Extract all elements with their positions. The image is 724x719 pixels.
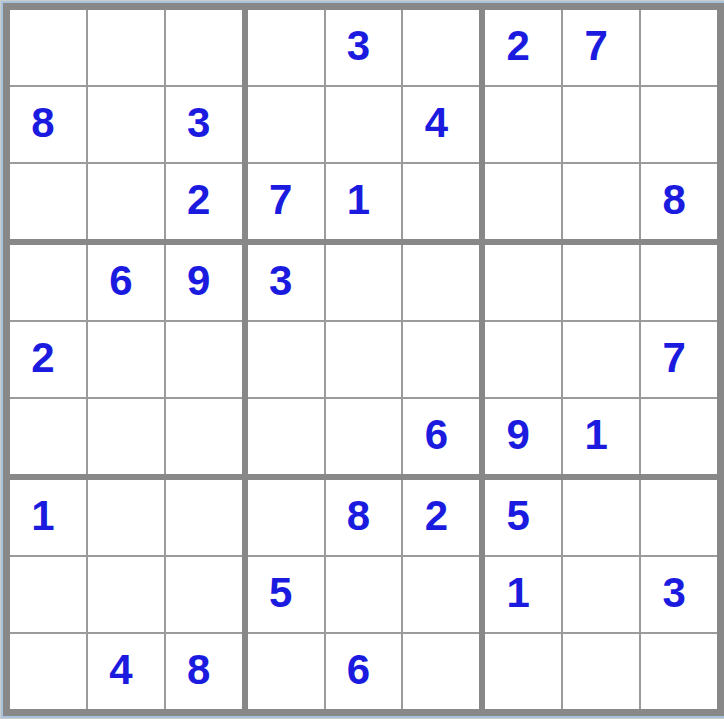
cell-r1c2[interactable] — [88, 10, 164, 85]
cell-r2c8[interactable] — [563, 87, 639, 162]
cell-r2c9[interactable] — [641, 87, 717, 162]
cell-r7c5[interactable]: 8 — [326, 480, 402, 555]
cell-r3c7[interactable] — [485, 164, 561, 239]
board-focus-ring: 8323471278692367911488256513 — [1, 1, 724, 718]
cell-r9c3[interactable]: 8 — [166, 634, 242, 709]
cell-r6c5[interactable] — [326, 399, 402, 474]
cell-r8c8[interactable] — [563, 557, 639, 632]
cell-r6c6[interactable]: 6 — [403, 399, 479, 474]
block-1-2: 3471 — [248, 10, 480, 239]
cell-r5c4[interactable] — [248, 322, 324, 397]
cell-r7c2[interactable] — [88, 480, 164, 555]
cell-r9c8[interactable] — [563, 634, 639, 709]
cell-r4c7[interactable] — [485, 245, 561, 320]
cell-r8c5[interactable] — [326, 557, 402, 632]
cell-r7c1[interactable]: 1 — [10, 480, 86, 555]
cell-r3c1[interactable] — [10, 164, 86, 239]
cell-r2c3[interactable]: 3 — [166, 87, 242, 162]
cell-r5c2[interactable] — [88, 322, 164, 397]
cell-r2c5[interactable] — [326, 87, 402, 162]
cell-r8c4[interactable]: 5 — [248, 557, 324, 632]
cell-r7c7[interactable]: 5 — [485, 480, 561, 555]
cell-r1c8[interactable]: 7 — [563, 10, 639, 85]
cell-r9c9[interactable] — [641, 634, 717, 709]
block-1-1: 832 — [10, 10, 242, 239]
cell-r9c7[interactable] — [485, 634, 561, 709]
cell-r4c8[interactable] — [563, 245, 639, 320]
cell-r7c4[interactable] — [248, 480, 324, 555]
cell-r2c2[interactable] — [88, 87, 164, 162]
cell-r1c1[interactable] — [10, 10, 86, 85]
cell-r1c6[interactable] — [403, 10, 479, 85]
cell-r6c8[interactable]: 1 — [563, 399, 639, 474]
cell-r3c6[interactable] — [403, 164, 479, 239]
cell-r7c9[interactable] — [641, 480, 717, 555]
cell-r9c5[interactable]: 6 — [326, 634, 402, 709]
block-3-2: 8256 — [248, 480, 480, 709]
cell-r1c3[interactable] — [166, 10, 242, 85]
cell-r8c9[interactable]: 3 — [641, 557, 717, 632]
cell-r3c4[interactable]: 7 — [248, 164, 324, 239]
cell-r6c1[interactable] — [10, 399, 86, 474]
cell-r3c8[interactable] — [563, 164, 639, 239]
block-3-1: 148 — [10, 480, 242, 709]
block-1-3: 278 — [485, 10, 717, 239]
cell-r4c2[interactable]: 6 — [88, 245, 164, 320]
cell-r6c2[interactable] — [88, 399, 164, 474]
cell-r1c4[interactable] — [248, 10, 324, 85]
cell-r7c3[interactable] — [166, 480, 242, 555]
cell-r2c1[interactable]: 8 — [10, 87, 86, 162]
cell-r6c3[interactable] — [166, 399, 242, 474]
cell-r6c9[interactable] — [641, 399, 717, 474]
cell-r5c9[interactable]: 7 — [641, 322, 717, 397]
sudoku-board: 8323471278692367911488256513 — [3, 3, 724, 716]
cell-r9c2[interactable]: 4 — [88, 634, 164, 709]
cell-r9c1[interactable] — [10, 634, 86, 709]
cell-r9c4[interactable] — [248, 634, 324, 709]
cell-r7c8[interactable] — [563, 480, 639, 555]
cell-r1c7[interactable]: 2 — [485, 10, 561, 85]
cell-r4c6[interactable] — [403, 245, 479, 320]
cell-r2c4[interactable] — [248, 87, 324, 162]
block-2-2: 36 — [248, 245, 480, 474]
cell-r1c5[interactable]: 3 — [326, 10, 402, 85]
block-2-3: 791 — [485, 245, 717, 474]
cell-r5c7[interactable] — [485, 322, 561, 397]
block-3-3: 513 — [485, 480, 717, 709]
block-2-1: 692 — [10, 245, 242, 474]
cell-r8c6[interactable] — [403, 557, 479, 632]
cell-r4c4[interactable]: 3 — [248, 245, 324, 320]
cell-r5c5[interactable] — [326, 322, 402, 397]
cell-r5c6[interactable] — [403, 322, 479, 397]
cell-r5c3[interactable] — [166, 322, 242, 397]
cell-r3c2[interactable] — [88, 164, 164, 239]
cell-r5c1[interactable]: 2 — [10, 322, 86, 397]
cell-r8c3[interactable] — [166, 557, 242, 632]
cell-r8c2[interactable] — [88, 557, 164, 632]
cell-r6c7[interactable]: 9 — [485, 399, 561, 474]
cell-r3c3[interactable]: 2 — [166, 164, 242, 239]
cell-r4c3[interactable]: 9 — [166, 245, 242, 320]
cell-r4c9[interactable] — [641, 245, 717, 320]
cell-r2c6[interactable]: 4 — [403, 87, 479, 162]
board-outer-ring: 8323471278692367911488256513 — [0, 0, 724, 719]
cell-r8c1[interactable] — [10, 557, 86, 632]
cell-r3c9[interactable]: 8 — [641, 164, 717, 239]
cell-r5c8[interactable] — [563, 322, 639, 397]
cell-r7c6[interactable]: 2 — [403, 480, 479, 555]
cell-r4c5[interactable] — [326, 245, 402, 320]
cell-r6c4[interactable] — [248, 399, 324, 474]
cell-r4c1[interactable] — [10, 245, 86, 320]
cell-r3c5[interactable]: 1 — [326, 164, 402, 239]
cell-r2c7[interactable] — [485, 87, 561, 162]
cell-r9c6[interactable] — [403, 634, 479, 709]
cell-r1c9[interactable] — [641, 10, 717, 85]
cell-r8c7[interactable]: 1 — [485, 557, 561, 632]
